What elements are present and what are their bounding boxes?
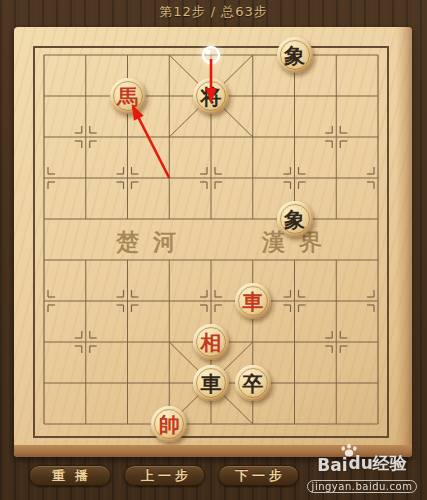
piece-character: 将 xyxy=(201,86,222,107)
piece-red-chariot[interactable]: 車 xyxy=(235,283,271,319)
replay-button[interactable]: 重播 xyxy=(29,465,111,486)
piece-character: 車 xyxy=(201,373,222,394)
piece-character: 帥 xyxy=(159,414,180,435)
piece-black-elephant-2[interactable]: 象 xyxy=(277,201,313,237)
piece-black-general[interactable]: 将 xyxy=(193,78,229,114)
piece-red-general[interactable]: 帥 xyxy=(151,406,187,442)
prev-step-button[interactable]: 上一步 xyxy=(124,465,205,486)
piece-black-elephant-1[interactable]: 象 xyxy=(277,37,313,73)
next-step-button[interactable]: 下一步 xyxy=(218,465,299,486)
piece-character: 車 xyxy=(242,291,263,312)
paw-icon xyxy=(340,442,358,462)
baidu-logo: Bai du经验 xyxy=(302,452,422,475)
piece-character: 馬 xyxy=(117,86,138,107)
piece-red-elephant[interactable]: 相 xyxy=(193,324,229,360)
watermark-url: jingyan.baidu.com xyxy=(307,480,418,493)
piece-black-soldier[interactable]: 卒 xyxy=(235,365,271,401)
piece-character: 象 xyxy=(284,45,305,66)
app-screen: 第12步 / 总63步 楚河 漢界 象馬将象車相車卒帥 重播 上一步 下一步 B… xyxy=(0,0,427,500)
xiangqi-board[interactable]: 楚河 漢界 象馬将象車相車卒帥 xyxy=(14,27,412,457)
river-label-left: 楚河 xyxy=(116,230,190,253)
piece-red-horse[interactable]: 馬 xyxy=(110,78,146,114)
board-edge-shade xyxy=(396,27,412,457)
baidu-watermark: Bai du经验 jingyan.baidu.com xyxy=(302,452,422,494)
piece-character: 相 xyxy=(201,332,222,353)
piece-character: 卒 xyxy=(242,373,263,394)
piece-black-chariot[interactable]: 車 xyxy=(193,365,229,401)
piece-character: 象 xyxy=(284,209,305,230)
step-indicator: 第12步 / 总63步 xyxy=(0,3,427,21)
